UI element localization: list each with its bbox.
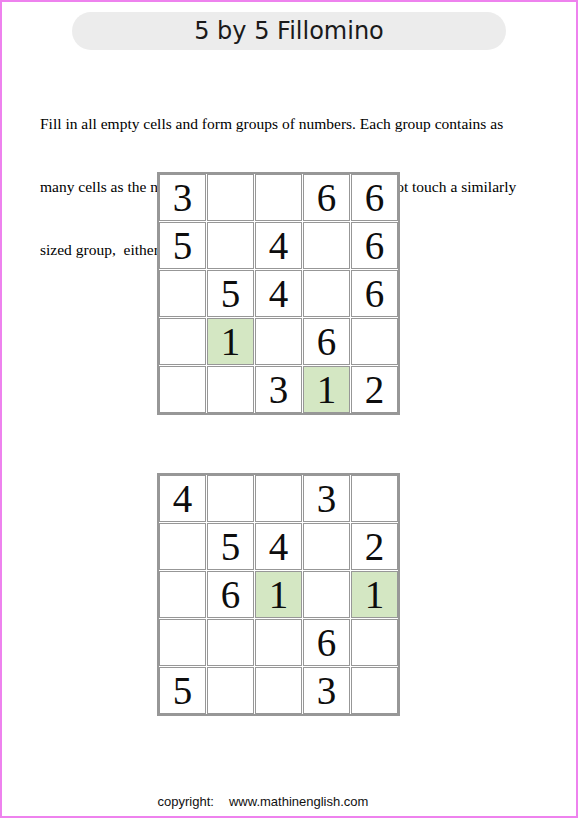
fillomino-grid-2: 43542611653 [157,473,400,716]
puzzle-1-cell-r3c3: 4 [255,270,302,317]
puzzle-2-cell-r3c2: 6 [207,571,254,618]
puzzle-1-cell-r2c3: 4 [255,222,302,269]
puzzle-1-cell-r2c1: 5 [159,222,206,269]
puzzle-1-cell-r4c4: 6 [303,318,350,365]
puzzle-1-cell-r4c3[interactable] [255,318,302,365]
puzzle-2-cell-r3c1[interactable] [159,571,206,618]
puzzle-2-cell-r2c3: 4 [255,523,302,570]
puzzle-1-cell-r4c5[interactable] [351,318,398,365]
page-title: 5 by 5 Fillomino [194,17,384,45]
puzzle-2-cell-r1c4: 3 [303,475,350,522]
puzzle-1-cell-r2c5: 6 [351,222,398,269]
puzzle-1-cell-r3c4[interactable] [303,270,350,317]
puzzle-1-cell-r3c1[interactable] [159,270,206,317]
puzzle-2-cell-r3c5: 1 [351,571,398,618]
puzzle-2-cell-r4c2[interactable] [207,619,254,666]
puzzle-2-cell-r1c5[interactable] [351,475,398,522]
website-link: www.mathinenglish.com [229,794,368,809]
title-banner: 5 by 5 Fillomino [72,12,506,50]
puzzle-1-cell-r3c5: 6 [351,270,398,317]
puzzle-1-cell-r2c2[interactable] [207,222,254,269]
puzzle-1-cell-r5c5: 2 [351,366,398,413]
puzzle-1-cell-r4c1[interactable] [159,318,206,365]
instructions-line-1: Fill in all empty cells and form groups … [40,113,516,134]
puzzle-2-cell-r5c1: 5 [159,667,206,714]
puzzle-1-cell-r2c4[interactable] [303,222,350,269]
puzzle-2-cell-r1c3[interactable] [255,475,302,522]
puzzle-1-cell-r1c4: 6 [303,174,350,221]
puzzle-2-cell-r4c5[interactable] [351,619,398,666]
puzzle-2-cell-r4c3[interactable] [255,619,302,666]
puzzle-1-cell-r1c5: 6 [351,174,398,221]
worksheet-page: 5 by 5 Fillomino Fill in all empty cells… [0,0,578,818]
puzzle-1-cell-r1c3[interactable] [255,174,302,221]
fillomino-grid-1: 36654654616312 [157,172,400,415]
puzzle-2-cell-r3c3: 1 [255,571,302,618]
puzzle-2-cell-r2c2: 5 [207,523,254,570]
puzzle-1-cell-r5c3: 3 [255,366,302,413]
copyright-label: copyright: [158,794,214,809]
puzzle-2-cell-r5c4: 3 [303,667,350,714]
puzzle-1-cell-r5c4: 1 [303,366,350,413]
puzzle-2-cell-r2c5: 2 [351,523,398,570]
puzzle-1-cell-r5c2[interactable] [207,366,254,413]
puzzle-2-cell-r4c4: 6 [303,619,350,666]
puzzle-1-cell-r1c1: 3 [159,174,206,221]
puzzle-2-cell-r2c4[interactable] [303,523,350,570]
puzzle-2-cell-r5c3[interactable] [255,667,302,714]
puzzle-2-cell-r1c1: 4 [159,475,206,522]
puzzle-2-cell-r4c1[interactable] [159,619,206,666]
puzzle-2-cell-r2c1[interactable] [159,523,206,570]
puzzle-1-cell-r5c1[interactable] [159,366,206,413]
puzzle-2-cell-r3c4[interactable] [303,571,350,618]
puzzle-2-cell-r5c2[interactable] [207,667,254,714]
puzzle-1-cell-r4c2: 1 [207,318,254,365]
puzzle-1-cell-r3c2: 5 [207,270,254,317]
puzzle-2-cell-r5c5[interactable] [351,667,398,714]
puzzle-2-cell-r1c2[interactable] [207,475,254,522]
footer: copyright:www.mathinenglish.com [2,794,524,809]
puzzle-1-cell-r1c2[interactable] [207,174,254,221]
